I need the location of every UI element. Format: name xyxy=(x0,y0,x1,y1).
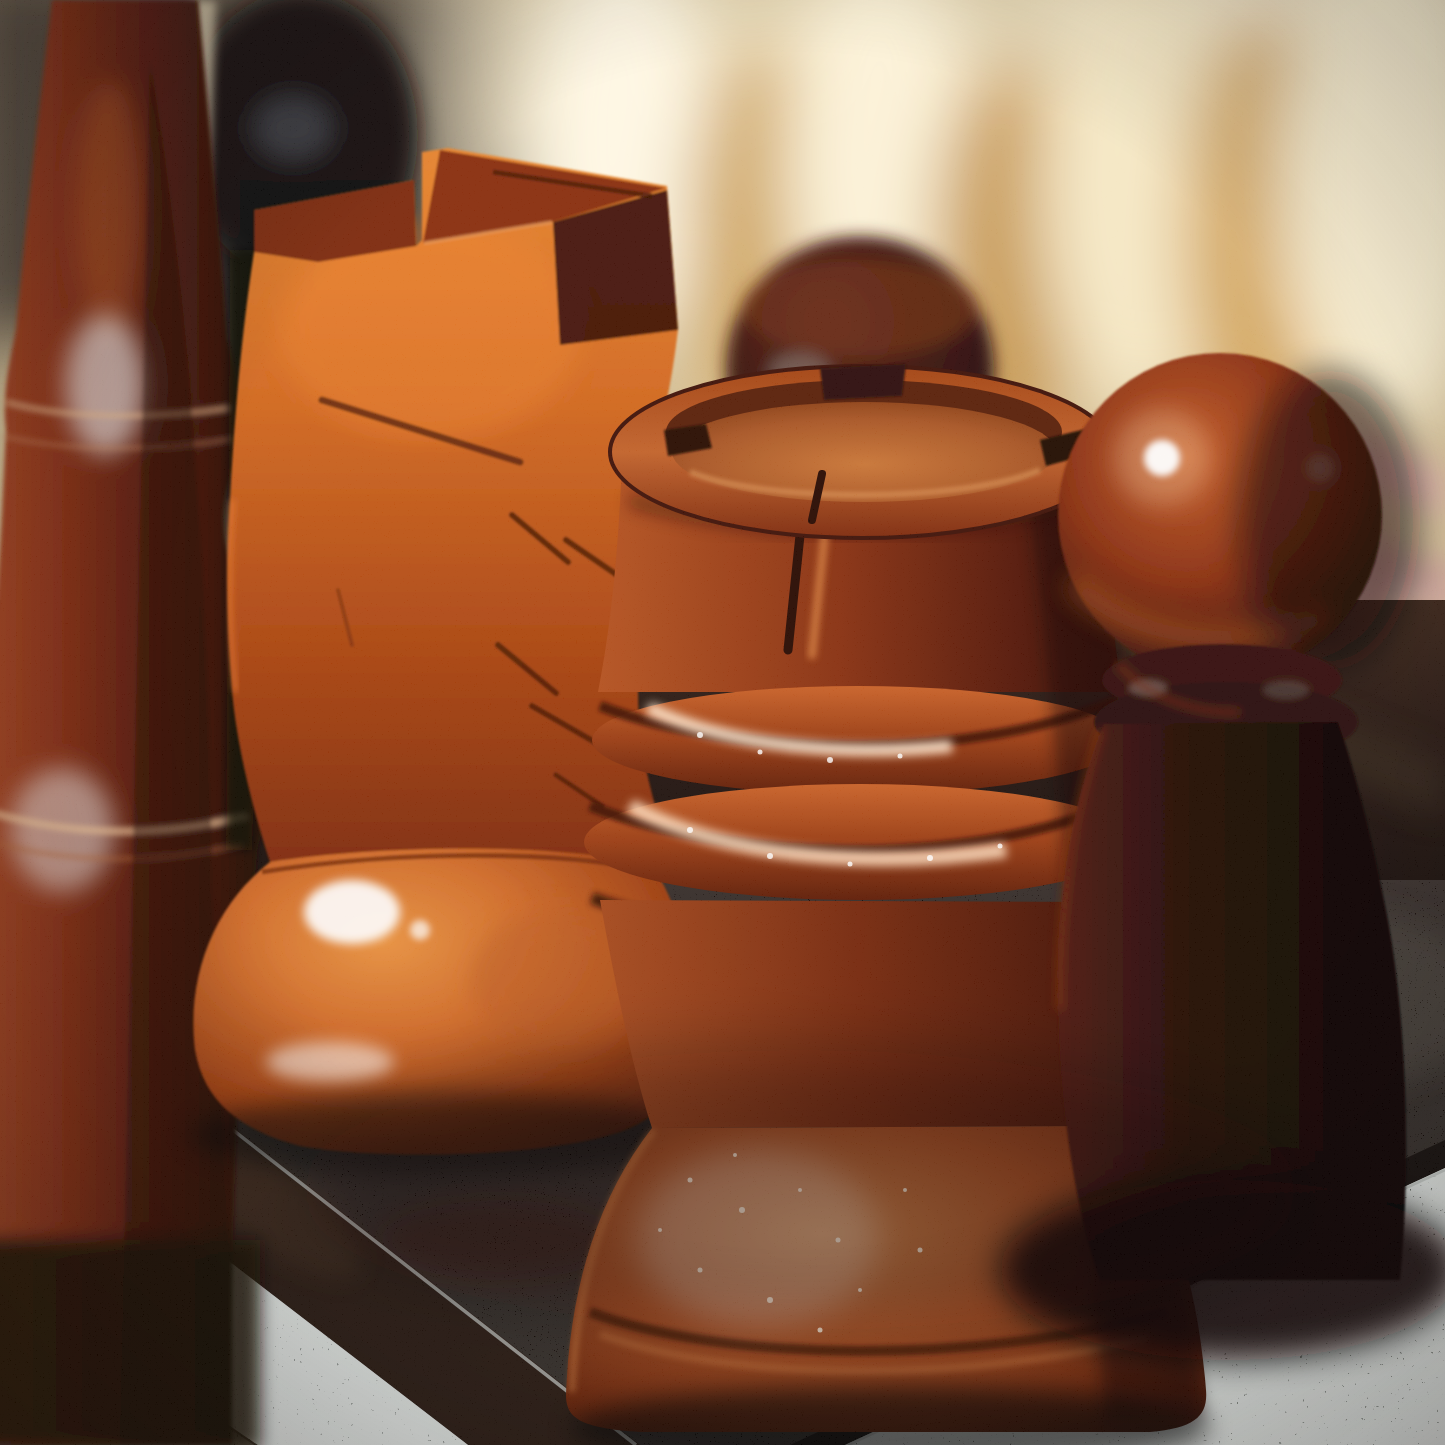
photo-frame xyxy=(0,0,1445,1445)
photo-scene xyxy=(0,0,1445,1445)
photo-grain xyxy=(0,0,1445,1445)
